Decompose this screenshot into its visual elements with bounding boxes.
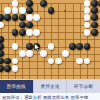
white-stone: [84, 29, 91, 36]
go-board[interactable]: [0, 0, 100, 79]
black-stone: [0, 36, 4, 43]
white-stone: [76, 58, 83, 65]
white-stone: [19, 7, 26, 14]
tab-winrate-curve[interactable]: 胜率曲线: [0, 80, 34, 93]
black-stone: [91, 29, 98, 36]
black-stone: [91, 7, 98, 14]
black-stone: [26, 7, 33, 14]
black-stone: [12, 14, 19, 21]
white-stone: [12, 65, 19, 72]
black-stone: [4, 58, 11, 65]
white-stone: [26, 29, 33, 36]
black-stone: [0, 58, 4, 65]
black-stone: [0, 14, 4, 21]
white-stone: [0, 22, 4, 29]
white-stone: [19, 50, 26, 57]
white-stone: [84, 58, 91, 65]
black-stone: [91, 0, 98, 7]
white-stone: [84, 22, 91, 29]
black-stone: [69, 43, 76, 50]
white-stone: [84, 0, 91, 7]
black-stone: [26, 22, 33, 29]
black-stone: [33, 43, 40, 50]
black-stone: [0, 50, 4, 57]
black-stone: [26, 43, 33, 50]
black-stone: [76, 43, 83, 50]
tab-stage-diagnosis[interactable]: 环节诊断: [67, 80, 100, 93]
white-stone: [4, 7, 11, 14]
black-stone: [4, 14, 11, 21]
white-stone: [12, 43, 19, 50]
white-stone: [48, 43, 55, 50]
black-stone: [19, 29, 26, 36]
black-stone: [91, 22, 98, 29]
black-stone: [19, 22, 26, 29]
black-stone: [48, 7, 55, 14]
black-stone: [4, 65, 11, 72]
white-stone: [33, 29, 40, 36]
black-stone: [84, 43, 91, 50]
grid-line-horizontal: [0, 75, 100, 76]
black-stone: [40, 0, 47, 7]
white-stone: [26, 50, 33, 57]
black-stone: [26, 0, 33, 7]
white-stone: [12, 7, 19, 14]
white-stone: [48, 58, 55, 65]
analysis-tab-bar: 胜率曲线 发挥水准 环节诊断: [0, 79, 100, 93]
comment-strip: 星阵评语：通盘分析 黑棋发挥出色 胜率平稳: [0, 93, 100, 100]
grid-line-horizontal: [0, 39, 100, 40]
white-stone: [12, 0, 19, 7]
white-stone: [62, 50, 69, 57]
white-stone: [55, 58, 62, 65]
white-stone: [33, 14, 40, 21]
black-stone: [0, 65, 4, 72]
white-stone: [40, 50, 47, 57]
tab-performance-level[interactable]: 发挥水准: [34, 80, 68, 93]
white-stone: [84, 14, 91, 21]
black-stone: [0, 43, 4, 50]
white-stone: [12, 58, 19, 65]
black-stone: [12, 29, 19, 36]
engine-comment-text: 星阵评语：通盘分析 黑棋发挥出色 胜率平稳: [2, 95, 88, 100]
white-stone: [84, 7, 91, 14]
black-stone: [98, 0, 100, 7]
black-stone: [19, 14, 26, 21]
go-analysis-app: 胜率曲线 发挥水准 环节诊断 星阵评语：通盘分析 黑棋发挥出色 胜率平稳: [0, 0, 100, 100]
black-stone: [91, 14, 98, 21]
grid-line-horizontal: [0, 54, 100, 55]
white-stone: [26, 14, 33, 21]
